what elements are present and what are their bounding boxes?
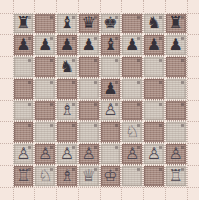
square-g7[interactable]: ♟ <box>143 34 165 56</box>
white-pawn: ♙ <box>168 145 182 161</box>
stamp-sheet: ♜♝♛♚♞♜♟♟♟♟♝♟♟♟♞♟♗♙♘♙♙♙♙♙♙♙♖♘♗♕♔♖ <box>0 0 199 200</box>
square-g5[interactable] <box>143 78 165 100</box>
white-rook: ♖ <box>168 167 182 183</box>
black-pawn: ♟ <box>147 37 161 53</box>
square-h2[interactable]: ♙ <box>165 143 187 165</box>
square-a7[interactable]: ♟ <box>13 34 35 56</box>
black-bishop: ♝ <box>60 15 74 31</box>
square-e2[interactable] <box>100 143 122 165</box>
square-b6[interactable] <box>34 56 56 78</box>
square-e6[interactable] <box>100 56 122 78</box>
white-pawn: ♙ <box>60 145 74 161</box>
square-d6[interactable] <box>78 56 100 78</box>
white-rook: ♖ <box>16 167 30 183</box>
black-queen: ♛ <box>81 15 95 31</box>
black-pawn: ♟ <box>125 37 139 53</box>
square-g4[interactable] <box>143 100 165 122</box>
square-e5[interactable]: ♟ <box>100 78 122 100</box>
square-b7[interactable]: ♟ <box>34 34 56 56</box>
white-pawn: ♙ <box>81 145 95 161</box>
square-a6[interactable] <box>13 56 35 78</box>
square-a3[interactable] <box>13 121 35 143</box>
black-knight: ♞ <box>147 15 161 31</box>
white-queen: ♕ <box>81 167 95 183</box>
square-h4[interactable] <box>165 100 187 122</box>
square-d5[interactable] <box>78 78 100 100</box>
square-f3[interactable]: ♘ <box>121 121 143 143</box>
black-rook: ♜ <box>168 15 182 31</box>
white-knight: ♘ <box>125 124 139 140</box>
perforation-line <box>0 187 199 188</box>
square-d7[interactable]: ♟ <box>78 34 100 56</box>
black-pawn: ♟ <box>60 37 74 53</box>
square-h8[interactable]: ♜ <box>165 13 187 35</box>
black-pawn: ♟ <box>168 37 182 53</box>
square-f7[interactable]: ♟ <box>121 34 143 56</box>
white-bishop: ♗ <box>60 167 74 183</box>
black-pawn: ♟ <box>16 37 30 53</box>
perforation-line <box>187 0 188 200</box>
square-h7[interactable]: ♟ <box>165 34 187 56</box>
square-h3[interactable] <box>165 121 187 143</box>
square-d2[interactable]: ♙ <box>78 143 100 165</box>
square-c4[interactable]: ♗ <box>56 100 78 122</box>
white-bishop: ♗ <box>60 102 74 118</box>
black-knight: ♞ <box>60 58 74 74</box>
square-b5[interactable] <box>34 78 56 100</box>
square-e4[interactable]: ♙ <box>100 100 122 122</box>
square-g6[interactable] <box>143 56 165 78</box>
square-c2[interactable]: ♙ <box>56 143 78 165</box>
black-pawn: ♟ <box>81 37 95 53</box>
square-d1[interactable]: ♕ <box>78 165 100 187</box>
square-d4[interactable] <box>78 100 100 122</box>
white-knight: ♘ <box>38 167 52 183</box>
square-h6[interactable] <box>165 56 187 78</box>
square-h5[interactable] <box>165 78 187 100</box>
square-c3[interactable] <box>56 121 78 143</box>
square-a2[interactable]: ♙ <box>13 143 35 165</box>
square-c7[interactable]: ♟ <box>56 34 78 56</box>
square-b2[interactable]: ♙ <box>34 143 56 165</box>
square-e1[interactable]: ♔ <box>100 165 122 187</box>
black-rook: ♜ <box>16 15 30 31</box>
white-pawn: ♙ <box>16 145 30 161</box>
square-f6[interactable] <box>121 56 143 78</box>
white-pawn: ♙ <box>125 145 139 161</box>
chessboard: ♜♝♛♚♞♜♟♟♟♟♝♟♟♟♞♟♗♙♘♙♙♙♙♙♙♙♖♘♗♕♔♖ <box>13 13 187 187</box>
square-g3[interactable] <box>143 121 165 143</box>
square-b4[interactable] <box>34 100 56 122</box>
square-a4[interactable] <box>13 100 35 122</box>
square-c6[interactable]: ♞ <box>56 56 78 78</box>
square-g1[interactable] <box>143 165 165 187</box>
square-f1[interactable] <box>121 165 143 187</box>
white-pawn: ♙ <box>147 145 161 161</box>
square-f5[interactable] <box>121 78 143 100</box>
square-e8[interactable]: ♚ <box>100 13 122 35</box>
square-b1[interactable]: ♘ <box>34 165 56 187</box>
square-e3[interactable] <box>100 121 122 143</box>
square-g2[interactable]: ♙ <box>143 143 165 165</box>
square-f4[interactable] <box>121 100 143 122</box>
black-king: ♚ <box>103 15 117 31</box>
square-f8[interactable] <box>121 13 143 35</box>
square-c5[interactable] <box>56 78 78 100</box>
white-pawn: ♙ <box>103 102 117 118</box>
square-b8[interactable] <box>34 13 56 35</box>
black-pawn: ♟ <box>103 80 117 96</box>
white-pawn: ♙ <box>38 145 52 161</box>
square-c8[interactable]: ♝ <box>56 13 78 35</box>
square-f2[interactable]: ♙ <box>121 143 143 165</box>
square-e7[interactable]: ♝ <box>100 34 122 56</box>
square-a5[interactable] <box>13 78 35 100</box>
square-d8[interactable]: ♛ <box>78 13 100 35</box>
square-a8[interactable]: ♜ <box>13 13 35 35</box>
square-a1[interactable]: ♖ <box>13 165 35 187</box>
square-h1[interactable]: ♖ <box>165 165 187 187</box>
black-bishop: ♝ <box>103 37 117 53</box>
square-b3[interactable] <box>34 121 56 143</box>
square-g8[interactable]: ♞ <box>143 13 165 35</box>
white-king: ♔ <box>103 167 117 183</box>
black-pawn: ♟ <box>38 37 52 53</box>
square-d3[interactable] <box>78 121 100 143</box>
square-c1[interactable]: ♗ <box>56 165 78 187</box>
